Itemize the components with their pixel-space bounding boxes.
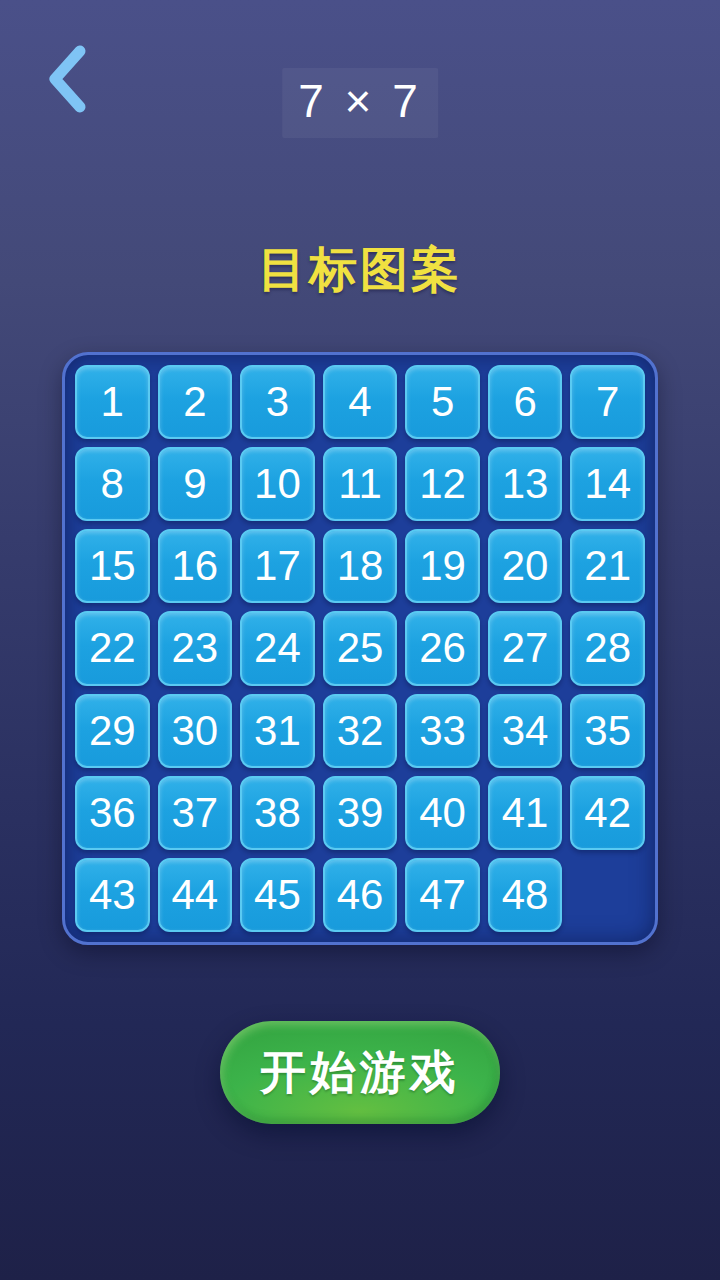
tile-34: 34 <box>488 694 563 768</box>
tile-9: 9 <box>158 447 233 521</box>
tile-13: 13 <box>488 447 563 521</box>
page-title-text: 7 × 7 <box>298 75 422 127</box>
tile-37: 37 <box>158 776 233 850</box>
tile-41: 41 <box>488 776 563 850</box>
tile-6: 6 <box>488 365 563 439</box>
tile-3: 3 <box>240 365 315 439</box>
empty-cell <box>570 858 645 932</box>
back-button[interactable] <box>40 42 96 116</box>
tile-5: 5 <box>405 365 480 439</box>
tile-46: 46 <box>323 858 398 932</box>
tile-23: 23 <box>158 611 233 685</box>
tile-47: 47 <box>405 858 480 932</box>
screen: 7 × 7 目标图案 12345678910111213141516171819… <box>0 0 720 1280</box>
puzzle-board: 1234567891011121314151617181920212223242… <box>62 352 658 945</box>
tile-4: 4 <box>323 365 398 439</box>
tile-39: 39 <box>323 776 398 850</box>
tile-48: 48 <box>488 858 563 932</box>
tile-1: 1 <box>75 365 150 439</box>
tile-18: 18 <box>323 529 398 603</box>
tile-43: 43 <box>75 858 150 932</box>
tile-20: 20 <box>488 529 563 603</box>
tile-11: 11 <box>323 447 398 521</box>
tile-42: 42 <box>570 776 645 850</box>
tile-19: 19 <box>405 529 480 603</box>
start-game-button[interactable]: 开始游戏 <box>220 1021 500 1124</box>
tile-40: 40 <box>405 776 480 850</box>
tile-15: 15 <box>75 529 150 603</box>
tile-7: 7 <box>570 365 645 439</box>
tile-38: 38 <box>240 776 315 850</box>
tile-26: 26 <box>405 611 480 685</box>
tile-25: 25 <box>323 611 398 685</box>
tile-8: 8 <box>75 447 150 521</box>
tile-21: 21 <box>570 529 645 603</box>
tile-16: 16 <box>158 529 233 603</box>
tile-45: 45 <box>240 858 315 932</box>
tile-31: 31 <box>240 694 315 768</box>
tile-2: 2 <box>158 365 233 439</box>
tile-14: 14 <box>570 447 645 521</box>
page-title: 7 × 7 <box>282 68 438 138</box>
tile-17: 17 <box>240 529 315 603</box>
tile-24: 24 <box>240 611 315 685</box>
tile-12: 12 <box>405 447 480 521</box>
tile-29: 29 <box>75 694 150 768</box>
tile-22: 22 <box>75 611 150 685</box>
tile-35: 35 <box>570 694 645 768</box>
chevron-left-icon <box>40 42 96 116</box>
target-pattern-label: 目标图案 <box>0 238 720 302</box>
tile-44: 44 <box>158 858 233 932</box>
tile-30: 30 <box>158 694 233 768</box>
tile-33: 33 <box>405 694 480 768</box>
tile-36: 36 <box>75 776 150 850</box>
tile-10: 10 <box>240 447 315 521</box>
tile-32: 32 <box>323 694 398 768</box>
tile-28: 28 <box>570 611 645 685</box>
tile-27: 27 <box>488 611 563 685</box>
